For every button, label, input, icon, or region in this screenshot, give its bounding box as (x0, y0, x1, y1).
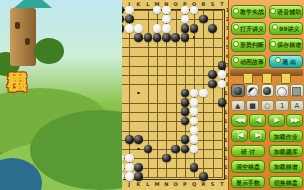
eraser-icon (292, 87, 301, 96)
black-stone (134, 135, 143, 144)
button-dot-icon (270, 41, 276, 47)
triangle-mark-tool[interactable]: ▲ (231, 100, 245, 111)
coord-label: M (152, 181, 161, 187)
white-stone (190, 117, 199, 126)
lecture-99-button[interactable]: 99讲义 (269, 22, 304, 36)
coord-label: Q (189, 181, 198, 187)
hanging-tag (243, 73, 253, 84)
black-stone (134, 172, 143, 181)
coord-label: S (208, 181, 217, 187)
star-point (137, 92, 139, 94)
white-stone (199, 89, 208, 98)
button-dot-icon (233, 8, 239, 14)
black-stone (208, 24, 217, 33)
black-stone (125, 15, 134, 24)
white-stone (190, 89, 199, 98)
white-stone (162, 6, 171, 15)
black-stone (181, 33, 190, 42)
white-stone (181, 15, 190, 24)
tower-art (10, 8, 36, 66)
alternate-stone-tool[interactable] (246, 84, 260, 97)
black-stone (153, 33, 162, 42)
app-window: ABCDEFGHJKLMNOPQRST ABCDEFGHJKLMNOPQRST … (0, 0, 304, 190)
black-stone (208, 80, 217, 89)
black-stone (181, 89, 190, 98)
black-stone (144, 33, 153, 42)
white-stone (125, 154, 134, 163)
black-stone (171, 33, 180, 42)
white-stone (125, 6, 134, 15)
white-stone (218, 70, 227, 79)
star-point (137, 148, 139, 150)
coord-label: O (171, 181, 180, 187)
black-stone (199, 172, 208, 181)
square-mark-icon: ■ (249, 102, 256, 110)
position-judge-button[interactable]: 形势判断 (231, 38, 266, 52)
circle-mark-icon: ○ (264, 102, 270, 110)
exit-button[interactable]: 退 出 (269, 55, 304, 69)
button-dot-icon (272, 24, 278, 30)
switch-board-button[interactable]: 切换棋盘 (269, 176, 304, 189)
white-stone (190, 98, 199, 107)
black-stone (181, 117, 190, 126)
white-stone (190, 135, 199, 144)
number-mark-tool[interactable]: 1 (275, 100, 289, 111)
black-stone (162, 154, 171, 163)
circle-mark-tool[interactable]: ○ (261, 100, 275, 111)
number-mark-icon: 1 (280, 102, 284, 110)
first-move-button[interactable]: ◀◀ (231, 114, 248, 127)
last-move-icon: ▶▶ (291, 116, 299, 124)
coord-label: R (199, 181, 208, 187)
white-stone (125, 24, 134, 33)
coord-label: N (162, 181, 171, 187)
discussion-button[interactable]: 研 讨 (231, 145, 265, 158)
alternate-stone-icon (248, 87, 258, 97)
button-dot-icon (270, 8, 276, 14)
white-trial-stone-tool[interactable] (275, 84, 289, 97)
white-stone (190, 6, 199, 15)
black-stone-icon (234, 87, 242, 95)
tree-art (34, 38, 64, 64)
black-stone (190, 163, 199, 172)
teaching-match-button[interactable]: 教学实战 (231, 5, 266, 19)
black-stone-icon (263, 87, 271, 95)
skip-to-end-button[interactable]: ▶| (249, 129, 266, 142)
coord-label: K (134, 181, 143, 187)
save-record-button[interactable]: 保存棋谱 (269, 38, 304, 52)
white-stone (181, 6, 190, 15)
voice-assist-button[interactable]: 语音辅助 (269, 5, 304, 19)
white-stone (125, 172, 134, 181)
white-stone (134, 24, 143, 33)
star-point (193, 36, 195, 38)
button-dot-icon (275, 57, 281, 63)
open-lecture-button[interactable]: 打开讲义 (231, 22, 266, 36)
white-stone (162, 15, 171, 24)
tower-window-art (25, 38, 30, 45)
load-problem-bank-button[interactable]: 加载题库 (269, 145, 304, 158)
white-stone (218, 80, 227, 89)
letter-mark-icon: A (295, 102, 300, 110)
black-stone (125, 135, 134, 144)
black-stone (134, 163, 143, 172)
skip-start-icon: |◀ (237, 131, 242, 139)
black-stone (181, 24, 190, 33)
prev-move-icon: ◀ (256, 116, 260, 124)
triangle-mark-icon: ▲ (235, 102, 240, 110)
first-move-icon: ◀◀ (236, 116, 244, 124)
hanging-tag (281, 73, 291, 84)
black-stone (181, 107, 190, 116)
white-stone (190, 126, 199, 135)
white-stone (190, 107, 199, 116)
black-stone (171, 145, 180, 154)
clear-board-button[interactable]: 清空棋盘 (231, 160, 265, 173)
next-move-icon: ▶ (274, 116, 278, 124)
coord-label: P (180, 181, 189, 187)
black-stone (181, 145, 190, 154)
black-stone (208, 70, 217, 79)
black-stone (181, 98, 190, 107)
control-sidebar: 教学实战 语音辅助 打开讲义 99讲义 形势判断 保存棋谱 动画故事 退 出 ▲… (228, 0, 304, 190)
letter-mark-tool[interactable]: A (290, 100, 304, 111)
eraser-tool[interactable] (290, 84, 304, 97)
place-black-stone-tool[interactable] (231, 84, 245, 97)
animation-story-button[interactable]: 动画故事 (231, 55, 266, 69)
skip-to-start-button[interactable]: |◀ (231, 129, 248, 142)
show-move-numbers-button[interactable]: 显示手数 (231, 176, 265, 189)
coord-label: J (125, 181, 134, 187)
coord-label: L (143, 181, 152, 187)
load-homework-button[interactable]: 加载作业 (269, 130, 304, 143)
button-dot-icon (233, 57, 239, 63)
skip-end-icon: ▶| (255, 131, 260, 139)
hanging-tag (262, 73, 272, 84)
button-dot-icon (233, 24, 239, 30)
black-stone (144, 145, 153, 154)
tower-roof-art (14, 0, 52, 8)
black-stone (218, 98, 227, 107)
white-stone (153, 6, 162, 15)
black-stone (218, 61, 227, 70)
next-move-button[interactable]: ▶ (268, 114, 285, 127)
prev-move-button[interactable]: ◀ (249, 114, 266, 127)
white-stone (125, 163, 134, 172)
button-dot-icon (233, 41, 239, 47)
tower-window-art (15, 22, 20, 29)
decorative-art-panel: 围棋 (0, 0, 122, 190)
white-stone (153, 24, 162, 33)
black-stone (134, 33, 143, 42)
white-stone (162, 24, 171, 33)
white-stone-icon (277, 87, 287, 97)
black-stone (190, 24, 199, 33)
black-stone (181, 135, 190, 144)
square-mark-tool[interactable]: ■ (246, 100, 260, 111)
load-record-button[interactable]: 加载棋谱 (269, 160, 304, 173)
white-stone (190, 145, 199, 154)
black-trial-stone-tool[interactable] (261, 84, 275, 97)
last-move-button[interactable]: ▶▶ (286, 114, 303, 127)
black-stone (162, 33, 171, 42)
coord-label: T (217, 181, 226, 187)
black-stone (199, 15, 208, 24)
